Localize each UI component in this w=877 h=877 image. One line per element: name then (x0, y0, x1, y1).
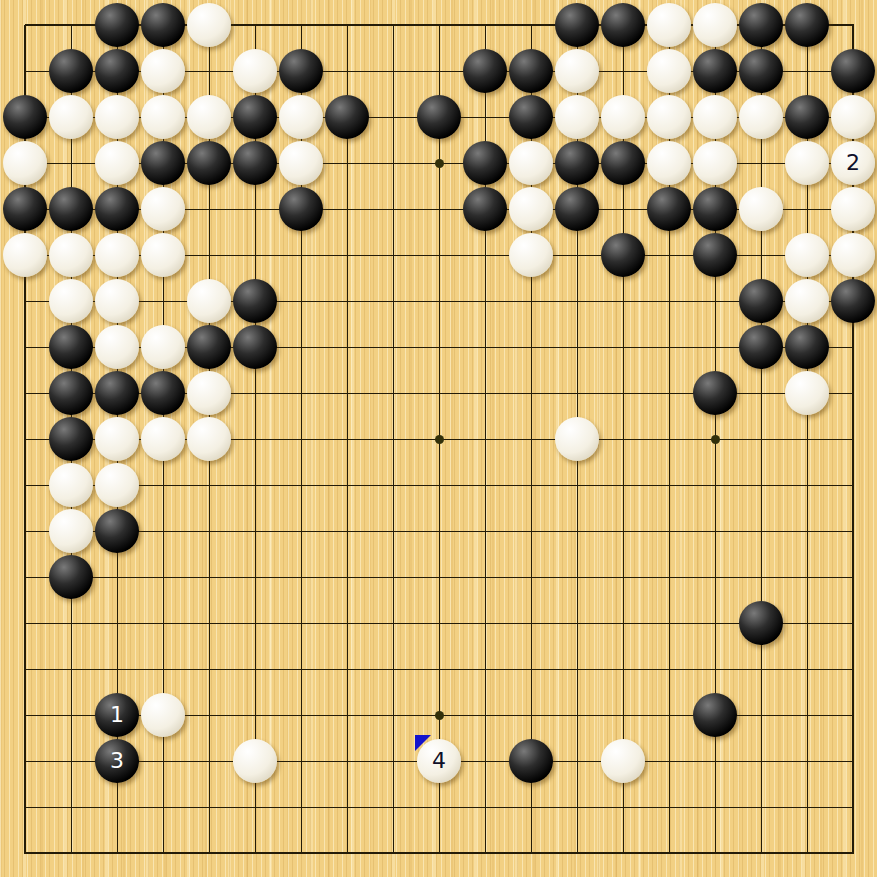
board-cell[interactable] (692, 600, 738, 646)
board-cell[interactable] (48, 48, 94, 94)
board-cell[interactable] (646, 462, 692, 508)
board-cell[interactable] (48, 784, 94, 830)
board-cell[interactable] (48, 370, 94, 416)
board-cell[interactable] (278, 278, 324, 324)
board-cell[interactable] (646, 94, 692, 140)
board-cell[interactable] (508, 646, 554, 692)
board-cell[interactable] (692, 48, 738, 94)
board-cell[interactable] (462, 784, 508, 830)
board-cell[interactable] (462, 646, 508, 692)
board-cell[interactable] (830, 278, 876, 324)
board-cell[interactable] (186, 140, 232, 186)
board-cell[interactable] (186, 646, 232, 692)
board-cell[interactable] (462, 186, 508, 232)
board-cell[interactable] (738, 2, 784, 48)
board-cell[interactable] (186, 600, 232, 646)
board-cell[interactable] (508, 830, 554, 876)
board-cell[interactable] (278, 830, 324, 876)
board-cell[interactable] (324, 416, 370, 462)
board-cell[interactable] (784, 370, 830, 416)
board-cell[interactable] (140, 462, 186, 508)
board-cell[interactable] (186, 692, 232, 738)
board-cell[interactable] (830, 830, 876, 876)
board-cell[interactable] (830, 370, 876, 416)
board-cell[interactable] (2, 784, 48, 830)
board-cell[interactable] (48, 738, 94, 784)
board-cell[interactable] (646, 232, 692, 278)
board-cell[interactable] (2, 232, 48, 278)
board-cell[interactable] (2, 2, 48, 48)
board-cell[interactable] (94, 508, 140, 554)
board-cell[interactable] (830, 324, 876, 370)
board-cell[interactable] (738, 186, 784, 232)
board-cell[interactable] (830, 600, 876, 646)
board-cell[interactable] (738, 830, 784, 876)
board-cell[interactable] (646, 140, 692, 186)
board-cell[interactable] (646, 508, 692, 554)
board-cell[interactable] (600, 462, 646, 508)
board-cell[interactable] (140, 738, 186, 784)
board-cell[interactable] (738, 554, 784, 600)
board-cell[interactable] (784, 830, 830, 876)
board-cell[interactable] (646, 554, 692, 600)
board-cell[interactable] (94, 462, 140, 508)
board-cell[interactable] (2, 140, 48, 186)
board-cell[interactable] (830, 692, 876, 738)
board-cell[interactable] (692, 692, 738, 738)
board-cell[interactable] (554, 784, 600, 830)
board-cell[interactable] (646, 600, 692, 646)
board-cell[interactable] (554, 278, 600, 324)
board-cell[interactable] (692, 324, 738, 370)
board-cell[interactable] (140, 416, 186, 462)
board-cell[interactable] (692, 738, 738, 784)
board-cell[interactable] (692, 370, 738, 416)
board-cell[interactable] (784, 186, 830, 232)
board-cell[interactable] (186, 370, 232, 416)
board-cell[interactable] (370, 784, 416, 830)
board-cell[interactable] (186, 462, 232, 508)
board-cell[interactable] (278, 232, 324, 278)
board-cell[interactable] (830, 784, 876, 830)
board-cell[interactable] (692, 94, 738, 140)
board-cell[interactable] (508, 462, 554, 508)
board-cell[interactable] (278, 600, 324, 646)
board-cell[interactable] (508, 186, 554, 232)
board-cell[interactable] (554, 508, 600, 554)
board-cell[interactable] (738, 646, 784, 692)
board-cell[interactable] (830, 232, 876, 278)
board-cell[interactable] (48, 232, 94, 278)
board-cell[interactable] (554, 738, 600, 784)
board-cell[interactable] (278, 738, 324, 784)
board-cell[interactable] (784, 646, 830, 692)
board-cell[interactable] (554, 416, 600, 462)
board-cell[interactable] (94, 2, 140, 48)
board-cell[interactable] (554, 646, 600, 692)
board-cell[interactable] (508, 48, 554, 94)
board-cell[interactable] (48, 554, 94, 600)
board-cell[interactable] (738, 278, 784, 324)
board-cell[interactable] (48, 692, 94, 738)
board-cell[interactable] (2, 370, 48, 416)
board-cell[interactable] (94, 232, 140, 278)
board-cell[interactable] (692, 2, 738, 48)
board-cell[interactable] (278, 462, 324, 508)
board-cell[interactable] (646, 2, 692, 48)
board-cell[interactable] (462, 738, 508, 784)
board-cell[interactable] (140, 186, 186, 232)
board-cell[interactable] (508, 140, 554, 186)
board-cell[interactable] (646, 186, 692, 232)
board-cell[interactable] (462, 508, 508, 554)
board-cell[interactable] (646, 324, 692, 370)
board-cell[interactable] (186, 94, 232, 140)
board-cell[interactable] (324, 186, 370, 232)
board-cell[interactable] (278, 324, 324, 370)
board-cell[interactable] (646, 830, 692, 876)
board-cell[interactable] (784, 2, 830, 48)
board-cell[interactable] (48, 600, 94, 646)
board-cell[interactable] (462, 232, 508, 278)
board-cell[interactable] (232, 48, 278, 94)
board-cell[interactable] (600, 830, 646, 876)
board-cell[interactable] (140, 2, 186, 48)
board-cell[interactable] (416, 554, 462, 600)
board-cell[interactable] (416, 94, 462, 140)
board-cell[interactable] (784, 784, 830, 830)
board-cell[interactable] (508, 784, 554, 830)
board-cell[interactable] (48, 416, 94, 462)
board-cell[interactable] (508, 738, 554, 784)
board-cell[interactable] (324, 646, 370, 692)
board-cell[interactable] (324, 232, 370, 278)
board-cell[interactable] (830, 738, 876, 784)
board-cell[interactable] (462, 324, 508, 370)
board-cell[interactable]: 3 (94, 738, 140, 784)
board-cell[interactable]: 1 (94, 692, 140, 738)
board-cell[interactable] (94, 600, 140, 646)
board-cell[interactable] (462, 140, 508, 186)
board-cell[interactable] (600, 646, 646, 692)
board-cell[interactable] (692, 186, 738, 232)
board-cell[interactable] (140, 646, 186, 692)
board-cell[interactable] (370, 94, 416, 140)
board-cell[interactable] (232, 324, 278, 370)
board-cell[interactable] (830, 416, 876, 462)
board-cell[interactable] (738, 692, 784, 738)
board-cell[interactable] (278, 48, 324, 94)
board-cell[interactable] (646, 692, 692, 738)
board-cell[interactable] (140, 370, 186, 416)
board-cell[interactable] (508, 324, 554, 370)
board-cell[interactable] (186, 416, 232, 462)
board-cell[interactable] (140, 232, 186, 278)
board-cell[interactable] (324, 692, 370, 738)
board-cell[interactable] (462, 554, 508, 600)
board-cell[interactable] (370, 48, 416, 94)
board-cell[interactable] (554, 94, 600, 140)
board-cell[interactable] (2, 324, 48, 370)
board-cell[interactable] (186, 738, 232, 784)
board-cell[interactable] (2, 646, 48, 692)
board-cell[interactable] (692, 462, 738, 508)
board-cell[interactable] (370, 2, 416, 48)
board-cell[interactable] (462, 692, 508, 738)
board-cell[interactable] (692, 508, 738, 554)
board-cell[interactable] (140, 830, 186, 876)
board-cell[interactable] (600, 48, 646, 94)
board-cell[interactable] (554, 554, 600, 600)
board-cell[interactable] (186, 830, 232, 876)
board-cell[interactable] (2, 692, 48, 738)
board-cell[interactable] (554, 232, 600, 278)
board-cell[interactable] (232, 232, 278, 278)
board-cell[interactable] (324, 324, 370, 370)
board-cell[interactable] (554, 140, 600, 186)
board-cell[interactable] (646, 48, 692, 94)
board-cell[interactable] (278, 94, 324, 140)
board-cell[interactable] (416, 416, 462, 462)
board-cell[interactable] (554, 462, 600, 508)
board-cell[interactable] (48, 94, 94, 140)
board-cell[interactable] (692, 416, 738, 462)
board-cell[interactable] (232, 278, 278, 324)
board-cell[interactable] (784, 692, 830, 738)
board-cell[interactable] (278, 554, 324, 600)
board-cell[interactable] (738, 462, 784, 508)
board-cell[interactable] (140, 554, 186, 600)
board-cell[interactable] (140, 324, 186, 370)
board-cell[interactable] (48, 2, 94, 48)
board-cell[interactable] (370, 462, 416, 508)
board-cell[interactable] (462, 278, 508, 324)
board-cell[interactable] (370, 416, 416, 462)
board-cell[interactable] (784, 554, 830, 600)
board-cell[interactable] (324, 48, 370, 94)
board-cell[interactable] (830, 554, 876, 600)
board-cell[interactable] (370, 508, 416, 554)
board-cell[interactable] (48, 186, 94, 232)
board-cell[interactable] (186, 186, 232, 232)
board-cell[interactable] (2, 830, 48, 876)
board-cell[interactable] (2, 508, 48, 554)
board-cell[interactable] (600, 2, 646, 48)
board-cell[interactable] (738, 508, 784, 554)
board-cell[interactable] (324, 600, 370, 646)
board-cell[interactable] (94, 646, 140, 692)
board-cell[interactable] (48, 462, 94, 508)
board-cell[interactable] (324, 140, 370, 186)
board-cell[interactable] (232, 508, 278, 554)
board-cell[interactable] (416, 48, 462, 94)
board-cell[interactable] (416, 278, 462, 324)
board-cell[interactable] (140, 692, 186, 738)
board-cell[interactable] (370, 186, 416, 232)
board-cell[interactable] (784, 278, 830, 324)
board-cell[interactable] (784, 232, 830, 278)
board-cell[interactable] (600, 600, 646, 646)
board-cell[interactable] (508, 370, 554, 416)
board-cell[interactable] (370, 738, 416, 784)
board-cell[interactable] (600, 738, 646, 784)
board-cell[interactable] (48, 324, 94, 370)
board-cell[interactable] (232, 646, 278, 692)
board-cell[interactable] (416, 600, 462, 646)
board-cell[interactable] (784, 324, 830, 370)
board-cell[interactable] (186, 278, 232, 324)
board-cell[interactable] (600, 140, 646, 186)
board-cell[interactable] (830, 94, 876, 140)
board-cell[interactable] (462, 94, 508, 140)
board-cell[interactable] (784, 508, 830, 554)
board-cell[interactable] (600, 508, 646, 554)
board-cell[interactable]: 2 (830, 140, 876, 186)
board-cell[interactable] (738, 232, 784, 278)
board-cell[interactable] (186, 508, 232, 554)
board-cell[interactable] (2, 416, 48, 462)
board-cell[interactable] (784, 416, 830, 462)
board-cell[interactable] (232, 600, 278, 646)
board-cell[interactable] (94, 186, 140, 232)
board-cell[interactable] (48, 646, 94, 692)
board-cell[interactable] (416, 2, 462, 48)
board-cell[interactable] (508, 2, 554, 48)
board-cell[interactable] (508, 94, 554, 140)
board-cell[interactable] (232, 692, 278, 738)
board-cell[interactable] (94, 278, 140, 324)
board-cell[interactable] (2, 278, 48, 324)
board-cell[interactable] (370, 554, 416, 600)
board-cell[interactable] (784, 140, 830, 186)
board-cell[interactable] (370, 830, 416, 876)
board-cell[interactable] (784, 600, 830, 646)
board-cell[interactable] (232, 94, 278, 140)
board-cell[interactable] (140, 94, 186, 140)
board-cell[interactable] (324, 278, 370, 324)
board-cell[interactable] (830, 2, 876, 48)
board-cell[interactable] (324, 94, 370, 140)
board-cell[interactable] (416, 232, 462, 278)
board-cell[interactable] (738, 48, 784, 94)
board-cell[interactable] (278, 186, 324, 232)
board-cell[interactable] (416, 186, 462, 232)
board-cell[interactable] (738, 94, 784, 140)
board-cell[interactable] (186, 2, 232, 48)
board-cell[interactable] (140, 140, 186, 186)
board-cell[interactable] (830, 186, 876, 232)
board-cell[interactable] (278, 508, 324, 554)
board-cell[interactable] (94, 94, 140, 140)
board-cell[interactable] (94, 324, 140, 370)
board-cell[interactable] (830, 48, 876, 94)
board-cell[interactable] (554, 48, 600, 94)
board-cell[interactable] (186, 324, 232, 370)
board-cell[interactable] (646, 738, 692, 784)
board-cell[interactable] (416, 830, 462, 876)
board-cell[interactable] (738, 370, 784, 416)
board-cell[interactable] (370, 646, 416, 692)
board-cell[interactable] (140, 600, 186, 646)
board-cell[interactable] (600, 186, 646, 232)
board-cell[interactable] (416, 370, 462, 416)
board-cell[interactable] (784, 462, 830, 508)
board-cell[interactable] (2, 554, 48, 600)
board-cell[interactable] (324, 738, 370, 784)
board-cell[interactable] (416, 692, 462, 738)
board-cell[interactable] (600, 692, 646, 738)
board-cell[interactable] (416, 324, 462, 370)
board-cell[interactable] (554, 692, 600, 738)
board-cell[interactable] (692, 278, 738, 324)
board-cell[interactable] (370, 324, 416, 370)
board-cell[interactable] (232, 186, 278, 232)
board-cell[interactable] (600, 370, 646, 416)
board-cell[interactable] (186, 554, 232, 600)
board-cell[interactable] (416, 508, 462, 554)
board-cell[interactable] (738, 324, 784, 370)
board-cell[interactable] (692, 232, 738, 278)
board-cell[interactable] (94, 48, 140, 94)
board-cell[interactable] (140, 784, 186, 830)
board-cell[interactable] (600, 784, 646, 830)
board-cell[interactable] (554, 2, 600, 48)
board-cell[interactable] (140, 278, 186, 324)
board-cell[interactable] (186, 48, 232, 94)
board-cell[interactable] (370, 692, 416, 738)
board-cell[interactable] (508, 232, 554, 278)
board-cell[interactable] (784, 48, 830, 94)
board-cell[interactable] (324, 830, 370, 876)
board-cell[interactable] (416, 140, 462, 186)
board-cell[interactable] (370, 278, 416, 324)
board-cell[interactable] (370, 232, 416, 278)
board-cell[interactable] (738, 784, 784, 830)
board-cell[interactable] (692, 784, 738, 830)
board-cell[interactable] (2, 600, 48, 646)
board-cell[interactable] (370, 600, 416, 646)
board-cell[interactable] (232, 462, 278, 508)
board-cell[interactable] (278, 140, 324, 186)
board-cell[interactable] (738, 600, 784, 646)
board-cell[interactable] (2, 738, 48, 784)
board-cell[interactable] (416, 784, 462, 830)
board-cell[interactable] (140, 48, 186, 94)
board-cell[interactable] (646, 646, 692, 692)
board-cell[interactable] (2, 462, 48, 508)
board-cell[interactable] (784, 738, 830, 784)
board-cell[interactable] (784, 94, 830, 140)
board-cell[interactable] (278, 416, 324, 462)
board-cell[interactable] (278, 370, 324, 416)
board-cell[interactable] (324, 784, 370, 830)
board-cell[interactable] (324, 370, 370, 416)
board-cell[interactable] (600, 94, 646, 140)
board-cell[interactable] (278, 692, 324, 738)
board-cell[interactable] (600, 554, 646, 600)
board-cell[interactable] (692, 140, 738, 186)
board-cell[interactable] (830, 508, 876, 554)
board-cell[interactable] (232, 416, 278, 462)
board-cell[interactable] (370, 140, 416, 186)
board-cell[interactable] (600, 416, 646, 462)
board-cell[interactable] (738, 738, 784, 784)
board-cell[interactable] (738, 416, 784, 462)
board-cell[interactable] (554, 186, 600, 232)
board-cell[interactable] (462, 2, 508, 48)
board-cell[interactable] (554, 370, 600, 416)
board-cell[interactable] (508, 508, 554, 554)
